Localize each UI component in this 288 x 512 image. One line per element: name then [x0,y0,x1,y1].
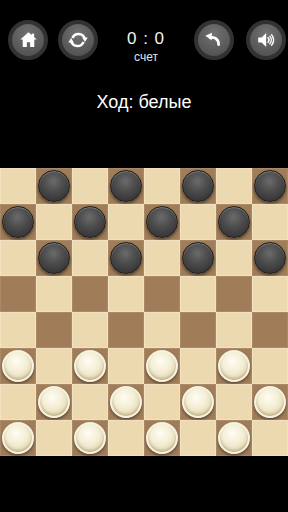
square-e2 [144,384,180,420]
restart-icon [67,29,89,51]
square-f3 [180,348,216,384]
square-a8 [0,168,36,204]
square-a6 [0,240,36,276]
black-man[interactable] [182,242,214,274]
square-g4 [216,312,252,348]
square-e7[interactable] [144,204,180,240]
black-man[interactable] [218,206,250,238]
square-h5 [252,276,288,312]
white-man[interactable] [74,422,106,454]
square-d3 [108,348,144,384]
square-c7[interactable] [72,204,108,240]
square-a5[interactable] [0,276,36,312]
square-g7[interactable] [216,204,252,240]
square-a4 [0,312,36,348]
square-b6[interactable] [36,240,72,276]
home-icon [18,30,39,51]
board [0,168,288,456]
square-g5[interactable] [216,276,252,312]
square-d6[interactable] [108,240,144,276]
black-man[interactable] [254,170,286,202]
app-screen: 0 : 0 счет Ход: белые [0,0,288,512]
white-man[interactable] [38,386,70,418]
black-man[interactable] [110,242,142,274]
sound-icon [255,29,277,51]
square-e8 [144,168,180,204]
square-a2 [0,384,36,420]
square-g3[interactable] [216,348,252,384]
square-g2 [216,384,252,420]
white-man[interactable] [2,422,34,454]
square-d4[interactable] [108,312,144,348]
square-f1 [180,420,216,456]
score-label: счет [104,50,188,64]
square-b7 [36,204,72,240]
square-c6 [72,240,108,276]
square-e6 [144,240,180,276]
white-man[interactable] [146,422,178,454]
square-g6 [216,240,252,276]
square-e1[interactable] [144,420,180,456]
white-man[interactable] [218,350,250,382]
square-h8[interactable] [252,168,288,204]
white-man[interactable] [2,350,34,382]
square-h2[interactable] [252,384,288,420]
square-f5 [180,276,216,312]
square-c4 [72,312,108,348]
square-d8[interactable] [108,168,144,204]
undo-button[interactable] [194,20,234,60]
square-c3[interactable] [72,348,108,384]
square-a1[interactable] [0,420,36,456]
undo-icon [203,29,225,51]
sound-button[interactable] [246,20,286,60]
square-g8 [216,168,252,204]
square-f4[interactable] [180,312,216,348]
square-c1[interactable] [72,420,108,456]
square-b5 [36,276,72,312]
square-h3 [252,348,288,384]
square-a3[interactable] [0,348,36,384]
square-h1 [252,420,288,456]
square-b1 [36,420,72,456]
black-man[interactable] [254,242,286,274]
black-man[interactable] [2,206,34,238]
white-man[interactable] [74,350,106,382]
square-d7 [108,204,144,240]
black-man[interactable] [182,170,214,202]
restart-button[interactable] [58,20,98,60]
square-f2[interactable] [180,384,216,420]
square-d2[interactable] [108,384,144,420]
square-c8 [72,168,108,204]
square-b8[interactable] [36,168,72,204]
square-f7 [180,204,216,240]
square-e5[interactable] [144,276,180,312]
square-h6[interactable] [252,240,288,276]
black-man[interactable] [38,242,70,274]
white-man[interactable] [254,386,286,418]
square-h4[interactable] [252,312,288,348]
square-f6[interactable] [180,240,216,276]
square-b4[interactable] [36,312,72,348]
black-man[interactable] [110,170,142,202]
square-d1 [108,420,144,456]
white-man[interactable] [110,386,142,418]
black-man[interactable] [146,206,178,238]
score-value: 0 : 0 [104,29,188,49]
white-man[interactable] [218,422,250,454]
square-b2[interactable] [36,384,72,420]
square-g1[interactable] [216,420,252,456]
square-d5 [108,276,144,312]
square-a7[interactable] [0,204,36,240]
square-h7 [252,204,288,240]
scoreboard: 0 : 0 счет [104,29,188,64]
square-c2 [72,384,108,420]
turn-indicator: Ход: белые [0,92,288,112]
square-f8[interactable] [180,168,216,204]
white-man[interactable] [146,350,178,382]
square-e3[interactable] [144,348,180,384]
square-b3 [36,348,72,384]
square-e4 [144,312,180,348]
square-c5[interactable] [72,276,108,312]
white-man[interactable] [182,386,214,418]
home-button[interactable] [8,20,48,60]
black-man[interactable] [38,170,70,202]
black-man[interactable] [74,206,106,238]
